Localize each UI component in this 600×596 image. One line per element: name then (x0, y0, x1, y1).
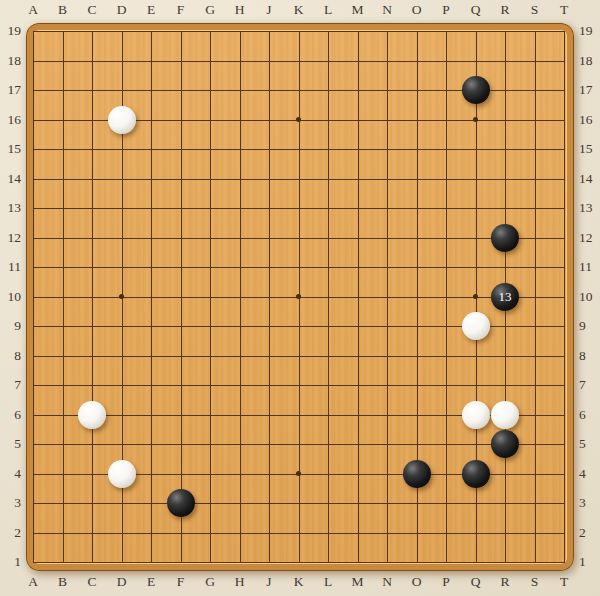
stone-white (78, 401, 106, 429)
stone-black (462, 76, 490, 104)
move-number-label: 13 (499, 290, 512, 303)
stone-white (108, 460, 136, 488)
go-diagram-page: ABCDEFGHJKLMNOPQRST ABCDEFGHJKLMNOPQRST … (0, 0, 600, 596)
stone-black (462, 460, 490, 488)
intersections-grid: 13 (18, 16, 579, 577)
stone-white (491, 401, 519, 429)
star-point (296, 471, 301, 476)
stone-white (108, 106, 136, 134)
star-point (473, 117, 478, 122)
stone-black (403, 460, 431, 488)
stone-black (491, 224, 519, 252)
stone-black: 13 (491, 283, 519, 311)
stone-black (491, 430, 519, 458)
star-point (296, 294, 301, 299)
stone-white (462, 401, 490, 429)
stone-black (167, 489, 195, 517)
stone-white (462, 312, 490, 340)
star-point (296, 117, 301, 122)
star-point (473, 294, 478, 299)
star-point (119, 294, 124, 299)
